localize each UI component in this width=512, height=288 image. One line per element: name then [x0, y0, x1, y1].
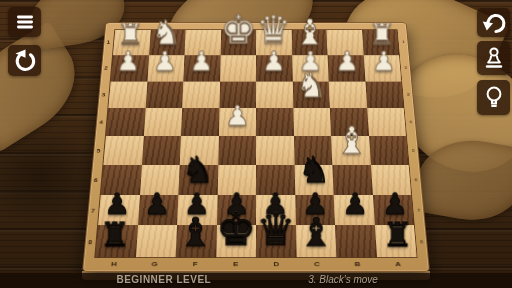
square-h2[interactable] [111, 55, 149, 81]
file-label-g: G [134, 259, 175, 271]
square-b8[interactable] [335, 225, 377, 257]
square-a5[interactable] [369, 136, 409, 165]
square-d2[interactable] [256, 55, 292, 81]
status-bar: BEGINNER LEVEL 3. Black's move [0, 273, 512, 288]
square-g4[interactable] [143, 108, 182, 136]
file-label-d: D [256, 259, 297, 271]
square-g7[interactable] [138, 195, 179, 226]
rank-label-3: 3 [403, 81, 414, 108]
square-g8[interactable] [135, 225, 177, 257]
file-label-e: E [215, 259, 256, 271]
square-h6[interactable] [101, 165, 142, 195]
square-f4[interactable] [181, 108, 219, 136]
square-b5[interactable] [331, 136, 370, 165]
app-screen: 12345678 12345678 HGFEDCBA ♜♞♚♛♝♜♟♟♟♟♟♟♟… [0, 0, 512, 288]
rank-label-2: 2 [401, 55, 411, 81]
player-mode-button[interactable] [477, 41, 510, 75]
square-e8[interactable] [216, 225, 256, 257]
square-d3[interactable] [256, 81, 293, 108]
rank-label-4: 4 [405, 108, 416, 136]
square-b6[interactable] [332, 165, 372, 195]
menu-button[interactable] [8, 7, 41, 37]
square-d8[interactable] [256, 225, 296, 257]
lightbulb-icon [482, 84, 506, 111]
square-a3[interactable] [365, 81, 404, 108]
square-g5[interactable] [142, 136, 181, 165]
square-h5[interactable] [103, 136, 143, 165]
square-d4[interactable] [256, 108, 294, 136]
rotate-icon [13, 49, 37, 73]
square-f5[interactable] [180, 136, 219, 165]
square-b7[interactable] [334, 195, 375, 226]
rank-label-6: 6 [411, 165, 422, 195]
square-g6[interactable] [140, 165, 180, 195]
square-e7[interactable] [217, 195, 256, 226]
level-label: BEGINNER LEVEL [116, 274, 211, 285]
square-a7[interactable] [372, 195, 413, 226]
square-c2[interactable] [292, 55, 329, 81]
square-c8[interactable] [295, 225, 336, 257]
square-c5[interactable] [294, 136, 333, 165]
square-f7[interactable] [177, 195, 217, 226]
undo-button[interactable] [477, 8, 510, 37]
square-a2[interactable] [363, 55, 401, 81]
square-g3[interactable] [145, 81, 183, 108]
file-label-b: B [337, 259, 378, 271]
square-b2[interactable] [328, 55, 365, 81]
square-b3[interactable] [329, 81, 367, 108]
square-h4[interactable] [106, 108, 145, 136]
square-c3[interactable] [292, 81, 330, 108]
square-c4[interactable] [293, 108, 331, 136]
square-b1[interactable] [326, 30, 363, 55]
rank-label-5: 5 [408, 136, 419, 165]
square-d1[interactable] [256, 30, 292, 55]
square-g1[interactable] [149, 30, 186, 55]
hamburger-icon [14, 12, 36, 32]
square-c7[interactable] [295, 195, 335, 226]
square-c1[interactable] [291, 30, 327, 55]
chessboard: 12345678 12345678 HGFEDCBA ♜♞♚♛♝♜♟♟♟♟♟♟♟… [82, 22, 430, 272]
square-a6[interactable] [370, 165, 411, 195]
square-e2[interactable] [220, 55, 256, 81]
square-h7[interactable] [98, 195, 139, 226]
square-f8[interactable] [176, 225, 217, 257]
file-label-h: H [93, 259, 134, 271]
square-a1[interactable] [362, 30, 399, 55]
square-c6[interactable] [294, 165, 333, 195]
square-b4[interactable] [330, 108, 369, 136]
square-e4[interactable] [218, 108, 256, 136]
pawn-player-icon [482, 45, 506, 71]
square-h3[interactable] [108, 81, 147, 108]
square-d7[interactable] [256, 195, 295, 226]
square-h8[interactable] [95, 225, 137, 257]
square-f3[interactable] [182, 81, 220, 108]
file-label-c: C [296, 259, 337, 271]
square-f1[interactable] [184, 30, 220, 55]
file-label-f: F [175, 259, 216, 271]
square-d5[interactable] [256, 136, 294, 165]
square-f6[interactable] [178, 165, 217, 195]
file-label-a: A [377, 259, 418, 271]
rank-label-1: 1 [399, 29, 409, 54]
square-d6[interactable] [256, 165, 295, 195]
square-e6[interactable] [217, 165, 256, 195]
rank-label-8: 8 [416, 226, 428, 258]
hint-button[interactable] [477, 80, 510, 115]
rotate-board-button[interactable] [8, 45, 41, 76]
square-f2[interactable] [183, 55, 220, 81]
square-a4[interactable] [367, 108, 406, 136]
file-labels: HGFEDCBA [93, 259, 419, 271]
square-g2[interactable] [147, 55, 184, 81]
rank-label-7: 7 [413, 195, 425, 226]
square-h1[interactable] [113, 30, 150, 55]
board-frame: 12345678 12345678 HGFEDCBA ♜♞♚♛♝♜♟♟♟♟♟♟♟… [82, 22, 430, 272]
square-a8[interactable] [374, 225, 416, 257]
square-e3[interactable] [219, 81, 256, 108]
square-e1[interactable] [220, 30, 256, 55]
turn-indicator: 3. Black's move [308, 274, 378, 285]
board-squares [94, 29, 418, 258]
square-e5[interactable] [218, 136, 256, 165]
undo-arrow-icon [482, 12, 506, 34]
